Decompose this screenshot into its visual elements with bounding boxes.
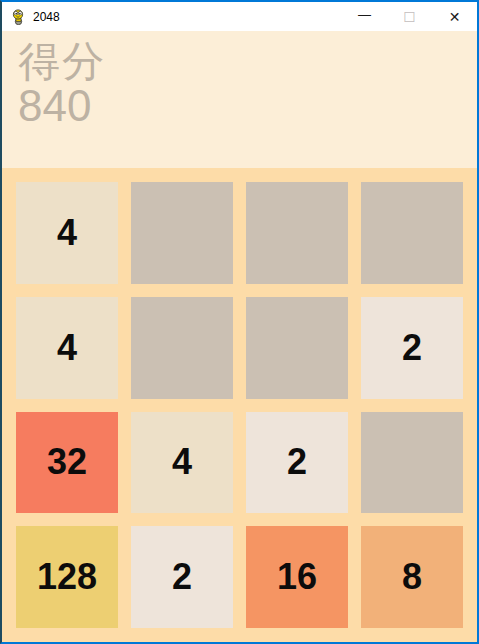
maximize-icon: ☐ <box>403 10 416 24</box>
close-button[interactable]: ✕ <box>432 2 477 31</box>
empty-cell <box>246 182 348 284</box>
board: 44232421282168 <box>2 168 477 642</box>
tile-4: 4 <box>16 182 118 284</box>
tile-32: 32 <box>16 412 118 514</box>
tile-2: 2 <box>361 297 463 399</box>
caption-buttons: — ☐ ✕ <box>342 2 477 31</box>
tile-2: 2 <box>246 412 348 514</box>
tile-4: 4 <box>131 412 233 514</box>
maximize-button[interactable]: ☐ <box>387 2 432 31</box>
empty-cell <box>361 412 463 514</box>
tile-4: 4 <box>16 297 118 399</box>
tile-8: 8 <box>361 526 463 628</box>
empty-cell <box>361 182 463 284</box>
minimize-icon: — <box>358 8 371 21</box>
empty-cell <box>131 182 233 284</box>
empty-cell <box>131 297 233 399</box>
tile-128: 128 <box>16 526 118 628</box>
app-icon <box>10 9 26 25</box>
app-window: 2048 — ☐ ✕ 得分 840 44232421282168 <box>0 0 479 644</box>
window-title: 2048 <box>33 10 342 24</box>
tile-2: 2 <box>131 526 233 628</box>
empty-cell <box>246 297 348 399</box>
tile-16: 16 <box>246 526 348 628</box>
titlebar[interactable]: 2048 — ☐ ✕ <box>2 2 477 31</box>
minimize-button[interactable]: — <box>342 2 387 31</box>
score-value: 840 <box>18 84 477 128</box>
close-icon: ✕ <box>449 10 461 24</box>
score-label: 得分 <box>18 39 477 84</box>
score-panel: 得分 840 <box>2 31 477 168</box>
